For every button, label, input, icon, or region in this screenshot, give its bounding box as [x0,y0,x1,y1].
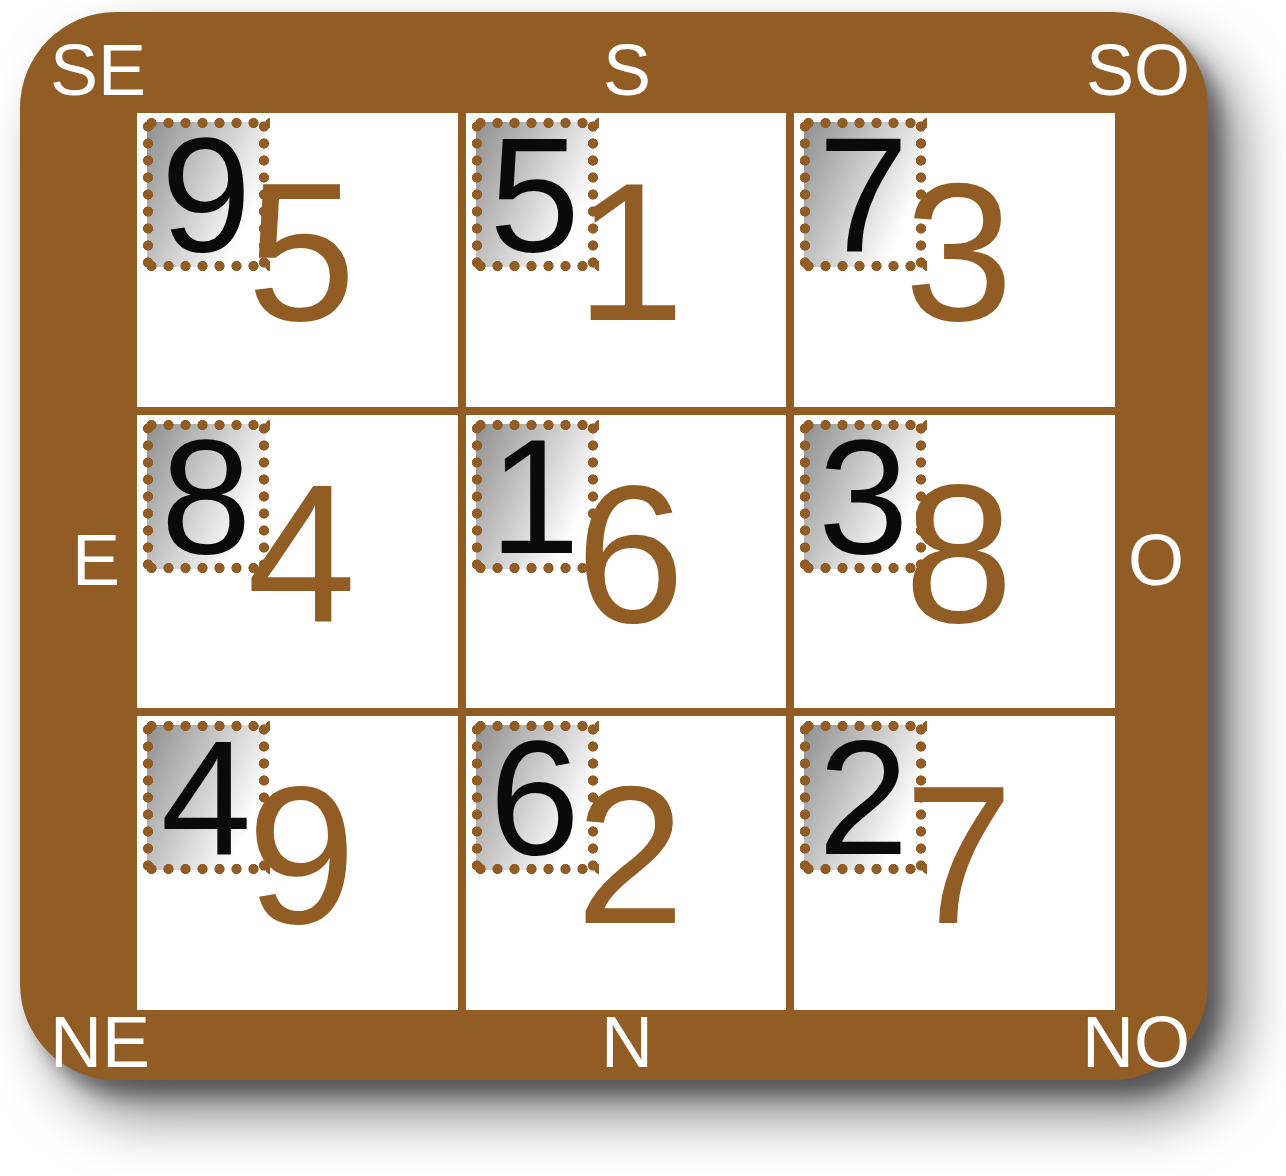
black-star-no: 2 [818,716,909,879]
compass-label-e: E [72,524,120,596]
board-grid: 9 5 5 1 7 3 8 4 [137,113,1115,1010]
brown-star-center: 6 [576,457,685,653]
compass-label-s: S [603,34,651,106]
brown-star-no: 7 [904,758,1013,954]
cell-ne: 4 9 [137,716,458,1010]
board: SE S SO E O NE N NO 9 5 5 1 7 [20,12,1208,1080]
brown-star-s: 1 [576,155,685,351]
cell-s: 5 1 [466,113,787,407]
brown-star-o: 8 [904,457,1013,653]
black-star-so: 7 [818,113,909,276]
cell-o: 3 8 [794,415,1115,709]
brown-star-se: 5 [247,155,356,351]
black-star-o: 3 [818,415,909,578]
cell-center: 1 6 [466,415,787,709]
cell-e: 8 4 [137,415,458,709]
cell-so: 7 3 [794,113,1115,407]
black-star-se: 9 [161,113,252,276]
cell-n: 6 2 [466,716,787,1010]
brown-star-so: 3 [904,155,1013,351]
compass-label-se: SE [50,34,146,106]
black-star-e: 8 [161,415,252,578]
brown-star-ne: 9 [247,758,356,954]
cell-se: 9 5 [137,113,458,407]
brown-star-n: 2 [576,758,685,954]
compass-label-ne: NE [50,1006,150,1078]
page: SE S SO E O NE N NO 9 5 5 1 7 [0,0,1286,1176]
brown-star-e: 4 [247,457,356,653]
black-star-n: 6 [489,716,580,879]
black-star-s: 5 [489,113,580,276]
black-star-center: 1 [489,415,580,578]
black-star-ne: 4 [161,716,252,879]
compass-label-no: NO [1082,1006,1190,1078]
cell-no: 2 7 [794,716,1115,1010]
compass-label-o: O [1128,524,1184,596]
compass-label-so: SO [1086,34,1190,106]
compass-label-n: N [601,1006,653,1078]
